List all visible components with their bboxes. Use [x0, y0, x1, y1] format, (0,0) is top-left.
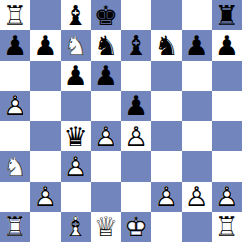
piece-glyph-outline: ♙	[212, 182, 242, 212]
square-e2[interactable]	[121, 182, 151, 212]
piece-glyph-outline: ♙	[91, 121, 121, 151]
square-a8[interactable]: ♜♖	[0, 0, 30, 30]
square-f4[interactable]	[151, 121, 181, 151]
black-bishop-piece[interactable]: ♝	[121, 30, 151, 60]
piece-glyph-outline: ♙	[0, 91, 30, 121]
square-c4[interactable]: ♛	[61, 121, 91, 151]
white-bishop-piece[interactable]: ♝♗	[61, 212, 91, 242]
piece-glyph-fill: ♝	[121, 30, 151, 60]
piece-glyph-outline: ♖	[0, 212, 30, 242]
square-c7[interactable]: ♞♘	[61, 30, 91, 60]
piece-glyph-fill: ♟	[30, 30, 60, 60]
square-h6[interactable]	[212, 61, 242, 91]
piece-glyph-outline: ♔	[121, 212, 151, 242]
piece-glyph-outline: ♘	[0, 151, 30, 181]
square-e1[interactable]: ♚♔	[121, 212, 151, 242]
white-king-piece[interactable]: ♚♔	[121, 212, 151, 242]
square-e4[interactable]: ♟♙	[121, 121, 151, 151]
piece-glyph-fill: ♝	[61, 0, 91, 30]
piece-glyph-fill: ♟	[212, 30, 242, 60]
square-a6[interactable]	[0, 61, 30, 91]
piece-glyph-fill: ♞	[151, 30, 181, 60]
square-f2[interactable]: ♟♙	[151, 182, 181, 212]
piece-glyph-outline: ♘	[61, 30, 91, 60]
white-rook-piece[interactable]: ♜♖	[212, 212, 242, 242]
square-g7[interactable]: ♟	[182, 30, 212, 60]
black-king-piece[interactable]: ♚	[91, 0, 121, 30]
square-h8[interactable]: ♜	[212, 0, 242, 30]
black-pawn-piece[interactable]: ♟	[0, 30, 30, 60]
square-a3[interactable]: ♞♘	[0, 151, 30, 181]
square-a1[interactable]: ♜♖	[0, 212, 30, 242]
piece-glyph-fill: ♟	[121, 91, 151, 121]
square-d6[interactable]: ♟	[91, 61, 121, 91]
square-g4[interactable]	[182, 121, 212, 151]
square-d3[interactable]	[91, 151, 121, 181]
square-e7[interactable]: ♝	[121, 30, 151, 60]
square-e8[interactable]	[121, 0, 151, 30]
black-pawn-piece[interactable]: ♟	[91, 61, 121, 91]
square-b2[interactable]: ♟♙	[30, 182, 60, 212]
square-e6[interactable]	[121, 61, 151, 91]
square-h3[interactable]	[212, 151, 242, 181]
square-h4[interactable]	[212, 121, 242, 151]
white-pawn-piece[interactable]: ♟♙	[182, 182, 212, 212]
black-knight-piece[interactable]: ♞	[151, 30, 181, 60]
square-c1[interactable]: ♝♗	[61, 212, 91, 242]
piece-glyph-fill: ♟	[61, 61, 91, 91]
black-pawn-piece[interactable]: ♟	[121, 91, 151, 121]
square-f5[interactable]	[151, 91, 181, 121]
piece-glyph-fill: ♞	[91, 30, 121, 60]
square-a5[interactable]: ♟♙	[0, 91, 30, 121]
chess-board: ♜♖♝♚♜♟♟♞♘♞♝♞♟♟♟♟♟♙♟♛♟♙♟♙♞♘♟♙♟♙♟♙♟♙♟♙♜♖♝♗…	[0, 0, 242, 242]
square-g6[interactable]	[182, 61, 212, 91]
white-rook-piece[interactable]: ♜♖	[0, 212, 30, 242]
square-a7[interactable]: ♟	[0, 30, 30, 60]
piece-glyph-outline: ♙	[30, 182, 60, 212]
square-a4[interactable]	[0, 121, 30, 151]
square-f6[interactable]	[151, 61, 181, 91]
piece-glyph-fill: ♟	[91, 61, 121, 91]
square-b1[interactable]	[30, 212, 60, 242]
white-knight-piece[interactable]: ♞♘	[0, 151, 30, 181]
black-knight-piece[interactable]: ♞	[91, 30, 121, 60]
piece-glyph-fill: ♚	[91, 0, 121, 30]
piece-glyph-outline: ♙	[61, 151, 91, 181]
square-b4[interactable]	[30, 121, 60, 151]
black-pawn-piece[interactable]: ♟	[61, 61, 91, 91]
square-h7[interactable]: ♟	[212, 30, 242, 60]
square-a2[interactable]	[0, 182, 30, 212]
square-c3[interactable]: ♟♙	[61, 151, 91, 181]
square-f1[interactable]	[151, 212, 181, 242]
square-d1[interactable]: ♛♕	[91, 212, 121, 242]
black-queen-piece[interactable]: ♛	[61, 121, 91, 151]
square-c2[interactable]	[61, 182, 91, 212]
white-pawn-piece[interactable]: ♟♙	[91, 121, 121, 151]
square-f7[interactable]: ♞	[151, 30, 181, 60]
square-c5[interactable]	[61, 91, 91, 121]
black-pawn-piece[interactable]: ♟	[30, 30, 60, 60]
square-d8[interactable]: ♚	[91, 0, 121, 30]
piece-glyph-outline: ♙	[151, 182, 181, 212]
black-bishop-piece[interactable]: ♝	[61, 0, 91, 30]
white-rook-piece[interactable]: ♜♖	[0, 0, 30, 30]
square-c8[interactable]: ♝	[61, 0, 91, 30]
white-pawn-piece[interactable]: ♟♙	[212, 182, 242, 212]
square-g8[interactable]	[182, 0, 212, 30]
black-pawn-piece[interactable]: ♟	[182, 30, 212, 60]
black-rook-piece[interactable]: ♜	[212, 0, 242, 30]
square-d2[interactable]	[91, 182, 121, 212]
piece-glyph-outline: ♖	[212, 212, 242, 242]
piece-glyph-fill: ♛	[61, 121, 91, 151]
white-queen-piece[interactable]: ♛♕	[91, 212, 121, 242]
square-e3[interactable]	[121, 151, 151, 181]
white-pawn-piece[interactable]: ♟♙	[0, 91, 30, 121]
square-b5[interactable]	[30, 91, 60, 121]
square-c6[interactable]: ♟	[61, 61, 91, 91]
white-pawn-piece[interactable]: ♟♙	[151, 182, 181, 212]
piece-glyph-outline: ♗	[61, 212, 91, 242]
square-e5[interactable]: ♟	[121, 91, 151, 121]
square-b3[interactable]	[30, 151, 60, 181]
piece-glyph-fill: ♟	[182, 30, 212, 60]
piece-glyph-outline: ♕	[91, 212, 121, 242]
piece-glyph-fill: ♜	[212, 0, 242, 30]
square-b8[interactable]	[30, 0, 60, 30]
square-f8[interactable]	[151, 0, 181, 30]
square-h2[interactable]: ♟♙	[212, 182, 242, 212]
square-h1[interactable]: ♜♖	[212, 212, 242, 242]
white-pawn-piece[interactable]: ♟♙	[61, 151, 91, 181]
square-g5[interactable]	[182, 91, 212, 121]
square-g3[interactable]	[182, 151, 212, 181]
white-knight-piece[interactable]: ♞♘	[61, 30, 91, 60]
piece-glyph-fill: ♟	[0, 30, 30, 60]
piece-glyph-outline: ♖	[0, 0, 30, 30]
white-pawn-piece[interactable]: ♟♙	[121, 121, 151, 151]
square-g1[interactable]	[182, 212, 212, 242]
square-b6[interactable]	[30, 61, 60, 91]
square-d5[interactable]	[91, 91, 121, 121]
square-f3[interactable]	[151, 151, 181, 181]
black-pawn-piece[interactable]: ♟	[212, 30, 242, 60]
piece-glyph-outline: ♙	[121, 121, 151, 151]
square-g2[interactable]: ♟♙	[182, 182, 212, 212]
white-pawn-piece[interactable]: ♟♙	[30, 182, 60, 212]
square-b7[interactable]: ♟	[30, 30, 60, 60]
square-d4[interactable]: ♟♙	[91, 121, 121, 151]
square-d7[interactable]: ♞	[91, 30, 121, 60]
square-h5[interactable]	[212, 91, 242, 121]
piece-glyph-outline: ♙	[182, 182, 212, 212]
